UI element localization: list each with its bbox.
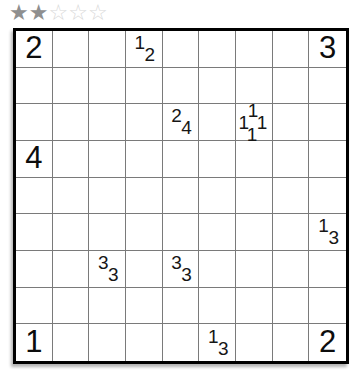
clue-number: 3 [108, 264, 119, 283]
cell-r9c7[interactable] [236, 324, 273, 361]
cell-r7c3-clue: 33 [89, 251, 126, 288]
cell-r2c5[interactable] [163, 68, 200, 105]
cell-r4c3[interactable] [89, 141, 126, 178]
cell-r1c7[interactable] [236, 31, 273, 68]
clue-number: 1 [208, 326, 219, 345]
cell-r1c6[interactable] [199, 31, 236, 68]
star-empty-icon: ☆ [48, 0, 68, 26]
cell-r6c4[interactable] [126, 214, 163, 251]
cell-r9c2[interactable] [53, 324, 90, 361]
cell-r5c2[interactable] [53, 178, 90, 215]
cell-r5c3[interactable] [89, 178, 126, 215]
clue-number: 2 [145, 44, 156, 63]
star-empty-icon: ☆ [88, 0, 108, 26]
cell-r8c6[interactable] [199, 288, 236, 325]
cell-r8c2[interactable] [53, 288, 90, 325]
clue-number: 1 [318, 216, 329, 235]
clue-number: 3 [171, 253, 182, 272]
cell-r7c7[interactable] [236, 251, 273, 288]
cell-r2c8[interactable] [273, 68, 310, 105]
cell-r6c9-clue: 13 [309, 214, 346, 251]
cell-r4c6[interactable] [199, 141, 236, 178]
cell-r4c2[interactable] [53, 141, 90, 178]
cell-r5c9[interactable] [309, 178, 346, 215]
cell-r1c8[interactable] [273, 31, 310, 68]
cell-r8c3[interactable] [89, 288, 126, 325]
cell-r8c5[interactable] [163, 288, 200, 325]
cell-r7c8[interactable] [273, 251, 310, 288]
cell-r9c6-clue: 13 [199, 324, 236, 361]
cell-r6c5[interactable] [163, 214, 200, 251]
cell-r9c3[interactable] [89, 324, 126, 361]
cell-r4c7[interactable] [236, 141, 273, 178]
cell-r7c9[interactable] [309, 251, 346, 288]
cell-r4c5[interactable] [163, 141, 200, 178]
clue-number: 1 [257, 113, 268, 132]
cell-r9c9-clue: 2 [309, 324, 346, 361]
cell-r6c7[interactable] [236, 214, 273, 251]
clue-number: 3 [98, 253, 109, 272]
cell-r3c8[interactable] [273, 104, 310, 141]
cell-r9c5[interactable] [163, 324, 200, 361]
cell-r6c2[interactable] [53, 214, 90, 251]
cell-r2c6[interactable] [199, 68, 236, 105]
cell-r2c1[interactable] [16, 68, 53, 105]
clue-number: 2 [25, 32, 42, 63]
star-filled-icon: ★ [29, 0, 49, 26]
cell-r8c1[interactable] [16, 288, 53, 325]
cell-r4c4[interactable] [126, 141, 163, 178]
cell-r1c9-clue: 3 [309, 31, 346, 68]
cell-r3c4[interactable] [126, 104, 163, 141]
cell-r9c8[interactable] [273, 324, 310, 361]
star-empty-icon: ☆ [68, 0, 88, 26]
cell-r3c1[interactable] [16, 104, 53, 141]
cell-r5c1[interactable] [16, 178, 53, 215]
cell-r4c8[interactable] [273, 141, 310, 178]
clue-number: 4 [25, 142, 42, 173]
cell-r6c6[interactable] [199, 214, 236, 251]
cell-r2c2[interactable] [53, 68, 90, 105]
cell-r6c1[interactable] [16, 214, 53, 251]
cell-r5c4[interactable] [126, 178, 163, 215]
cell-r1c5[interactable] [163, 31, 200, 68]
cell-r7c1[interactable] [16, 251, 53, 288]
cell-r4c9[interactable] [309, 141, 346, 178]
cell-r1c3[interactable] [89, 31, 126, 68]
cell-r9c1-clue: 1 [16, 324, 53, 361]
cell-r2c3[interactable] [89, 68, 126, 105]
cell-r2c4[interactable] [126, 68, 163, 105]
clue-number: 3 [181, 264, 192, 283]
cell-r5c5[interactable] [163, 178, 200, 215]
cell-r6c8[interactable] [273, 214, 310, 251]
cell-r9c4[interactable] [126, 324, 163, 361]
cell-r1c4-clue: 12 [126, 31, 163, 68]
clue-number: 1 [135, 33, 146, 52]
clue-number: 3 [319, 32, 336, 63]
cell-r7c2[interactable] [53, 251, 90, 288]
difficulty-rating: ★★☆☆☆ [9, 0, 108, 26]
clue-number: 4 [181, 118, 192, 137]
cell-r3c3[interactable] [89, 104, 126, 141]
cell-r5c6[interactable] [199, 178, 236, 215]
cell-r2c9[interactable] [309, 68, 346, 105]
cell-r3c7-clue: 1111 [236, 104, 273, 141]
cell-r8c4[interactable] [126, 288, 163, 325]
cell-r7c6[interactable] [199, 251, 236, 288]
cell-r3c5-clue: 24 [163, 104, 200, 141]
cell-r8c9[interactable] [309, 288, 346, 325]
cell-r3c2[interactable] [53, 104, 90, 141]
cell-r7c4[interactable] [126, 251, 163, 288]
clue-number: 3 [329, 228, 340, 247]
cell-r7c5-clue: 33 [163, 251, 200, 288]
cell-r5c8[interactable] [273, 178, 310, 215]
clue-number: 2 [319, 326, 336, 357]
tapa-board: 212324111141333331132 [13, 28, 349, 364]
cell-r1c1-clue: 2 [16, 31, 53, 68]
cell-r6c3[interactable] [89, 214, 126, 251]
clue-number: 3 [218, 338, 229, 357]
cell-r4c1-clue: 4 [16, 141, 53, 178]
clue-number: 1 [25, 326, 42, 357]
cell-r2c7[interactable] [236, 68, 273, 105]
cell-r8c7[interactable] [236, 288, 273, 325]
cell-r3c9[interactable] [309, 104, 346, 141]
star-filled-icon: ★ [9, 0, 29, 26]
cell-r3c6[interactable] [199, 104, 236, 141]
clue-number: 2 [171, 106, 182, 125]
cell-r5c7[interactable] [236, 178, 273, 215]
cell-r8c8[interactable] [273, 288, 310, 325]
cell-r1c2[interactable] [53, 31, 90, 68]
